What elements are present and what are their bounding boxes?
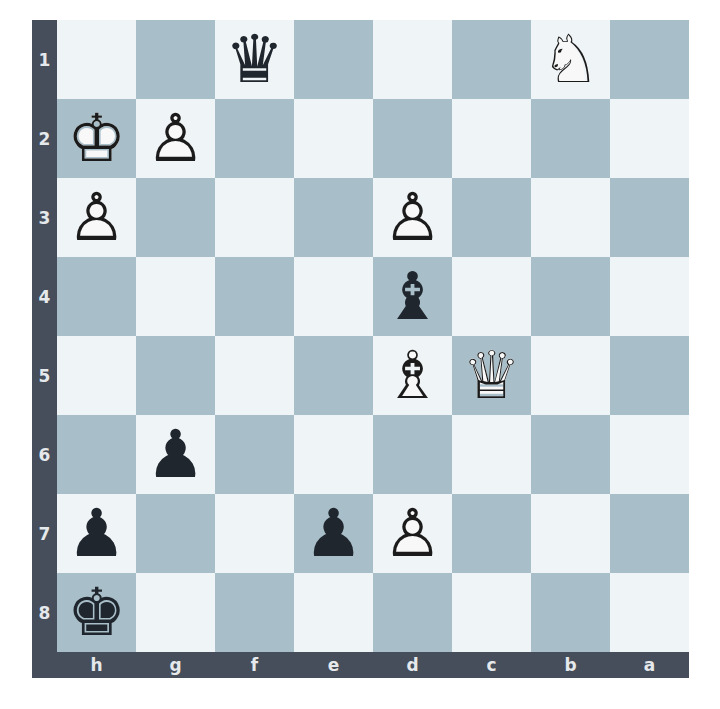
square-g3[interactable] (136, 178, 215, 257)
rank-label-8: 8 (32, 573, 57, 652)
white-bishop-outline-glyph: ♗ (373, 336, 452, 415)
piece-black-pawn-g6[interactable]: ♟ (136, 415, 215, 494)
square-e5[interactable] (294, 336, 373, 415)
square-a8[interactable] (610, 573, 689, 652)
piece-white-pawn-h3[interactable]: ♟♙ (57, 178, 136, 257)
square-d4[interactable]: ♝ (373, 257, 452, 336)
square-h1[interactable] (57, 20, 136, 99)
square-h6[interactable] (57, 415, 136, 494)
square-b1[interactable]: ♞♘ (531, 20, 610, 99)
rank-label-5: 5 (32, 336, 57, 415)
square-c2[interactable] (452, 99, 531, 178)
square-e4[interactable] (294, 257, 373, 336)
square-b6[interactable] (531, 415, 610, 494)
chess-board: 1♛♞♘2♚♔♟♙3♟♙♟♙4♝5♝♗♛♕6♟7♟♟♟♙8♚hgfedcba (32, 20, 689, 678)
file-label-a: a (610, 652, 689, 678)
piece-white-bishop-d5[interactable]: ♝♗ (373, 336, 452, 415)
square-c6[interactable] (452, 415, 531, 494)
square-b2[interactable] (531, 99, 610, 178)
black-pawn-glyph: ♟ (294, 494, 373, 573)
piece-white-king-h2[interactable]: ♚♔ (57, 99, 136, 178)
square-c4[interactable] (452, 257, 531, 336)
rank-label-1: 1 (32, 20, 57, 99)
square-a6[interactable] (610, 415, 689, 494)
rank-label-2: 2 (32, 99, 57, 178)
square-e7[interactable]: ♟ (294, 494, 373, 573)
square-g5[interactable] (136, 336, 215, 415)
square-b5[interactable] (531, 336, 610, 415)
piece-black-pawn-h7[interactable]: ♟ (57, 494, 136, 573)
square-f4[interactable] (215, 257, 294, 336)
square-h4[interactable] (57, 257, 136, 336)
square-e8[interactable] (294, 573, 373, 652)
white-queen-outline-glyph: ♕ (452, 336, 531, 415)
rank-label-6: 6 (32, 415, 57, 494)
black-queen-glyph: ♛ (215, 20, 294, 99)
square-d2[interactable] (373, 99, 452, 178)
piece-white-knight-b1[interactable]: ♞♘ (531, 20, 610, 99)
square-g7[interactable] (136, 494, 215, 573)
file-label-d: d (373, 652, 452, 678)
square-e2[interactable] (294, 99, 373, 178)
square-c3[interactable] (452, 178, 531, 257)
piece-black-queen-f1[interactable]: ♛ (215, 20, 294, 99)
square-a4[interactable] (610, 257, 689, 336)
square-g6[interactable]: ♟ (136, 415, 215, 494)
piece-white-pawn-d3[interactable]: ♟♙ (373, 178, 452, 257)
square-f5[interactable] (215, 336, 294, 415)
file-label-e: e (294, 652, 373, 678)
square-d5[interactable]: ♝♗ (373, 336, 452, 415)
file-label-c: c (452, 652, 531, 678)
square-h7[interactable]: ♟ (57, 494, 136, 573)
square-g2[interactable]: ♟♙ (136, 99, 215, 178)
black-bishop-glyph: ♝ (373, 257, 452, 336)
square-c8[interactable] (452, 573, 531, 652)
square-g4[interactable] (136, 257, 215, 336)
black-pawn-glyph: ♟ (136, 415, 215, 494)
square-a5[interactable] (610, 336, 689, 415)
white-pawn-outline-glyph: ♙ (57, 178, 136, 257)
file-label-h: h (57, 652, 136, 678)
square-h2[interactable]: ♚♔ (57, 99, 136, 178)
white-pawn-outline-glyph: ♙ (373, 494, 452, 573)
square-h8[interactable]: ♚ (57, 573, 136, 652)
square-a3[interactable] (610, 178, 689, 257)
square-a7[interactable] (610, 494, 689, 573)
square-d8[interactable] (373, 573, 452, 652)
black-pawn-glyph: ♟ (57, 494, 136, 573)
square-f8[interactable] (215, 573, 294, 652)
square-c5[interactable]: ♛♕ (452, 336, 531, 415)
square-d3[interactable]: ♟♙ (373, 178, 452, 257)
square-b4[interactable] (531, 257, 610, 336)
square-c1[interactable] (452, 20, 531, 99)
piece-white-queen-c5[interactable]: ♛♕ (452, 336, 531, 415)
piece-white-pawn-d7[interactable]: ♟♙ (373, 494, 452, 573)
square-e3[interactable] (294, 178, 373, 257)
square-f2[interactable] (215, 99, 294, 178)
square-c7[interactable] (452, 494, 531, 573)
square-f7[interactable] (215, 494, 294, 573)
square-d1[interactable] (373, 20, 452, 99)
rank-label-7: 7 (32, 494, 57, 573)
square-a1[interactable] (610, 20, 689, 99)
rank-label-4: 4 (32, 257, 57, 336)
file-label-f: f (215, 652, 294, 678)
white-king-outline-glyph: ♔ (57, 99, 136, 178)
square-g8[interactable] (136, 573, 215, 652)
border-corner (32, 652, 57, 678)
square-d7[interactable]: ♟♙ (373, 494, 452, 573)
piece-black-bishop-d4[interactable]: ♝ (373, 257, 452, 336)
white-pawn-outline-glyph: ♙ (136, 99, 215, 178)
square-e1[interactable] (294, 20, 373, 99)
square-h5[interactable] (57, 336, 136, 415)
white-pawn-outline-glyph: ♙ (373, 178, 452, 257)
file-label-g: g (136, 652, 215, 678)
square-e6[interactable] (294, 415, 373, 494)
white-knight-outline-glyph: ♘ (531, 20, 610, 99)
square-f6[interactable] (215, 415, 294, 494)
square-b7[interactable] (531, 494, 610, 573)
square-g1[interactable] (136, 20, 215, 99)
square-h3[interactable]: ♟♙ (57, 178, 136, 257)
square-b3[interactable] (531, 178, 610, 257)
piece-black-king-h8[interactable]: ♚ (57, 573, 136, 652)
square-d6[interactable] (373, 415, 452, 494)
piece-white-pawn-g2[interactable]: ♟♙ (136, 99, 215, 178)
rank-label-3: 3 (32, 178, 57, 257)
square-b8[interactable] (531, 573, 610, 652)
black-king-glyph: ♚ (57, 573, 136, 652)
square-a2[interactable] (610, 99, 689, 178)
piece-black-pawn-e7[interactable]: ♟ (294, 494, 373, 573)
square-f3[interactable] (215, 178, 294, 257)
square-f1[interactable]: ♛ (215, 20, 294, 99)
file-label-b: b (531, 652, 610, 678)
